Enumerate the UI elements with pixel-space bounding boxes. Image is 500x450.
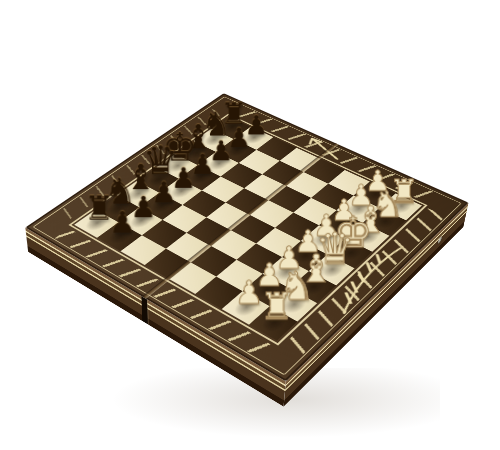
black-pawn-icon: ♟ [71, 208, 174, 238]
latch-pin [438, 236, 443, 245]
chess-board: ♜♞♝♛♚♝♞♜♟♟♟♟♟♟♟♟♟♟♟♟♟♟♟♟♜♞♝♛♚♝♞♜ [25, 93, 468, 381]
chess-set-photo: ♜♞♝♛♚♝♞♜♟♟♟♟♟♟♟♟♟♟♟♟♟♟♟♟♜♞♝♛♚♝♞♜ [0, 0, 500, 450]
scene: ♜♞♝♛♚♝♞♜♟♟♟♟♟♟♟♟♟♟♟♟♟♟♟♟♜♞♝♛♚♝♞♜ [0, 0, 500, 450]
white-rook-icon: ♜ [220, 288, 332, 325]
box-fold-gap [141, 296, 147, 324]
pieces-layer: ♜♞♝♛♚♝♞♜♟♟♟♟♟♟♟♟♟♟♟♟♟♟♟♟♜♞♝♛♚♝♞♜ [25, 93, 468, 381]
